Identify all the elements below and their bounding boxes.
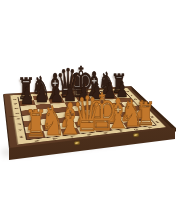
piece-white-queen-d1: ♛ (72, 91, 102, 140)
piece-white-knight-g1: ♞ (121, 95, 144, 132)
piece-white-rook-h1: ♜ (137, 98, 157, 130)
piece-white-pawn-b2: ♟ (43, 106, 60, 134)
piece-black-queen-d8: ♛ (56, 64, 80, 104)
piece-black-pawn-g7: ♟ (103, 80, 116, 102)
piece-white-knight-b1: ♞ (41, 101, 66, 142)
piece-black-pawn-e7: ♟ (77, 81, 91, 104)
piece-black-rook-h8: ♜ (111, 71, 127, 98)
piece-black-pawn-a7: ♟ (20, 84, 35, 108)
piece-black-pawn-c7: ♟ (49, 82, 63, 105)
piece-black-pawn-f7: ♟ (90, 80, 104, 102)
piece-white-bishop-c1: ♝ (57, 97, 84, 141)
piece-black-bishop-f8: ♝ (84, 67, 105, 101)
piece-white-rook-a1: ♜ (24, 106, 46, 143)
piece-white-pawn-g2: ♟ (120, 100, 135, 125)
piece-white-pawn-d2: ♟ (75, 103, 91, 130)
piece-black-pawn-h7: ♟ (115, 79, 128, 101)
piece-white-king-e1: ♚ (87, 87, 118, 138)
chess-set-photo: aa88bb77cc66dd55ee44ff33gg22hh11 ♜♞♝♛♚♝♞… (0, 0, 178, 222)
piece-black-knight-g8: ♞ (97, 69, 116, 100)
piece-black-pawn-b7: ♟ (35, 83, 49, 107)
piece-white-pawn-c2: ♟ (59, 104, 75, 131)
piece-white-pawn-a2: ♟ (25, 107, 42, 135)
piece-white-pawn-h2: ♟ (134, 98, 149, 123)
piece-black-bishop-c8: ♝ (44, 69, 66, 105)
piece-black-rook-a8: ♜ (17, 75, 35, 105)
piece-white-pawn-e2: ♟ (91, 102, 107, 128)
piece-white-bishop-f1: ♝ (105, 94, 130, 135)
piece-white-pawn-f2: ♟ (106, 101, 122, 127)
piece-black-pawn-d7: ♟ (63, 82, 77, 105)
pieces-layer: ♜♞♝♛♚♝♞♜♟♟♟♟♟♟♟♟♟♟♟♟♟♟♟♟♜♞♝♛♚♝♞♜ (0, 0, 178, 222)
piece-black-king-e8: ♚ (69, 62, 95, 104)
piece-black-knight-b8: ♞ (31, 72, 51, 105)
